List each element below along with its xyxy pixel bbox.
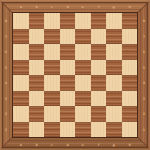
square-g7[interactable] — [106, 29, 122, 45]
square-f2[interactable] — [91, 106, 107, 122]
square-c4[interactable] — [44, 75, 60, 91]
square-g1[interactable] — [106, 122, 122, 138]
square-a2[interactable] — [13, 106, 29, 122]
square-h7[interactable] — [122, 29, 138, 45]
playing-area — [12, 12, 138, 138]
square-c2[interactable] — [44, 106, 60, 122]
square-b1[interactable] — [29, 122, 45, 138]
square-g2[interactable] — [106, 106, 122, 122]
square-a6[interactable] — [13, 44, 29, 60]
frame-strip-bottom — [0, 137, 150, 150]
square-b7[interactable] — [29, 29, 45, 45]
square-f4[interactable] — [91, 75, 107, 91]
square-c7[interactable] — [44, 29, 60, 45]
square-e7[interactable] — [75, 29, 91, 45]
square-e6[interactable] — [75, 44, 91, 60]
square-a4[interactable] — [13, 75, 29, 91]
square-b2[interactable] — [29, 106, 45, 122]
square-b6[interactable] — [29, 44, 45, 60]
squares-grid — [13, 13, 137, 137]
square-d2[interactable] — [60, 106, 76, 122]
square-c1[interactable] — [44, 122, 60, 138]
chess-board: abcdefgh abcdefgh 87654321 87654321 — [0, 0, 150, 150]
square-f1[interactable] — [91, 122, 107, 138]
square-f5[interactable] — [91, 60, 107, 76]
square-h4[interactable] — [122, 75, 138, 91]
square-d1[interactable] — [60, 122, 76, 138]
square-f6[interactable] — [91, 44, 107, 60]
frame-strip-right — [137, 0, 150, 150]
square-a1[interactable] — [13, 122, 29, 138]
square-g3[interactable] — [106, 91, 122, 107]
square-c8[interactable] — [44, 13, 60, 29]
square-d8[interactable] — [60, 13, 76, 29]
square-d7[interactable] — [60, 29, 76, 45]
square-a5[interactable] — [13, 60, 29, 76]
square-f7[interactable] — [91, 29, 107, 45]
square-h3[interactable] — [122, 91, 138, 107]
square-c5[interactable] — [44, 60, 60, 76]
square-f8[interactable] — [91, 13, 107, 29]
square-e8[interactable] — [75, 13, 91, 29]
square-f3[interactable] — [91, 91, 107, 107]
square-h1[interactable] — [122, 122, 138, 138]
square-g5[interactable] — [106, 60, 122, 76]
square-b5[interactable] — [29, 60, 45, 76]
square-e3[interactable] — [75, 91, 91, 107]
square-h5[interactable] — [122, 60, 138, 76]
square-e4[interactable] — [75, 75, 91, 91]
square-c3[interactable] — [44, 91, 60, 107]
square-e5[interactable] — [75, 60, 91, 76]
square-d5[interactable] — [60, 60, 76, 76]
square-b8[interactable] — [29, 13, 45, 29]
square-h6[interactable] — [122, 44, 138, 60]
square-d4[interactable] — [60, 75, 76, 91]
square-g6[interactable] — [106, 44, 122, 60]
square-b4[interactable] — [29, 75, 45, 91]
square-d6[interactable] — [60, 44, 76, 60]
square-h2[interactable] — [122, 106, 138, 122]
square-d3[interactable] — [60, 91, 76, 107]
square-g4[interactable] — [106, 75, 122, 91]
square-b3[interactable] — [29, 91, 45, 107]
square-c6[interactable] — [44, 44, 60, 60]
square-a3[interactable] — [13, 91, 29, 107]
square-e1[interactable] — [75, 122, 91, 138]
square-a8[interactable] — [13, 13, 29, 29]
square-a7[interactable] — [13, 29, 29, 45]
square-g8[interactable] — [106, 13, 122, 29]
square-h8[interactable] — [122, 13, 138, 29]
square-e2[interactable] — [75, 106, 91, 122]
